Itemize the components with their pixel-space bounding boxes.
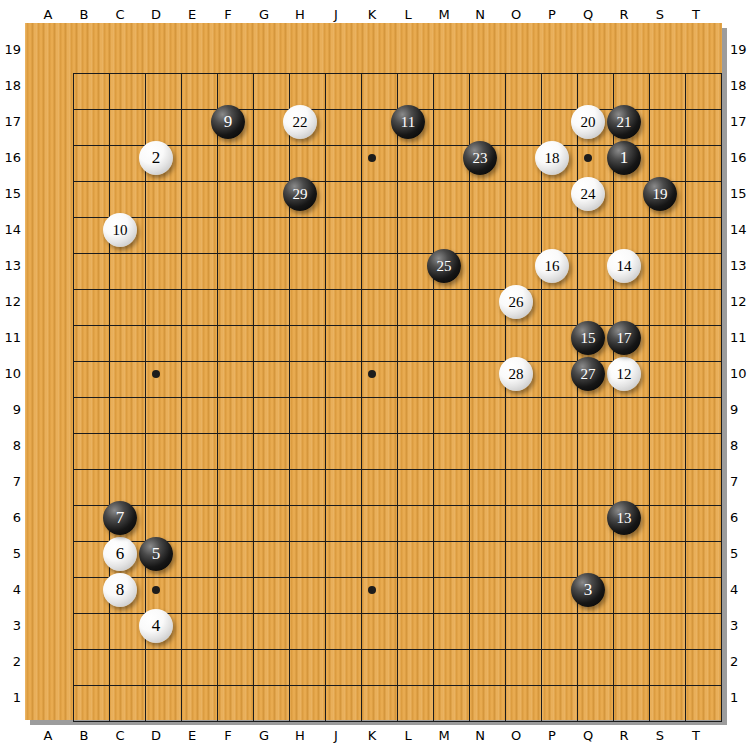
coord-label-right-1: 1 (730, 690, 750, 706)
coord-label-right-7: 7 (730, 474, 750, 490)
coord-label-bottom-a: A (37, 728, 59, 744)
stone-white-10: 10 (103, 213, 137, 247)
move-number: 9 (224, 112, 233, 132)
coord-label-top-q: Q (577, 7, 599, 23)
coord-label-left-5: 5 (0, 546, 21, 562)
coord-label-right-5: 5 (730, 546, 750, 562)
coord-label-top-r: R (613, 7, 635, 23)
star-point-d10 (152, 370, 160, 378)
move-number: 5 (152, 544, 161, 564)
coord-label-top-p: P (541, 7, 563, 23)
stone-white-20: 20 (571, 105, 605, 139)
coord-label-right-12: 12 (730, 294, 750, 310)
stone-black-17: 17 (607, 321, 641, 355)
star-point-k4 (368, 586, 376, 594)
move-number: 20 (581, 114, 596, 131)
move-number: 28 (509, 366, 524, 383)
coord-label-top-t: T (685, 7, 707, 23)
coord-label-bottom-b: B (73, 728, 95, 744)
coord-label-bottom-g: G (253, 728, 275, 744)
coord-label-right-8: 8 (730, 438, 750, 454)
coord-label-right-10: 10 (730, 366, 750, 382)
coord-label-top-m: M (433, 7, 455, 23)
coord-label-top-e: E (181, 7, 203, 23)
coord-label-bottom-t: T (685, 728, 707, 744)
coord-label-left-13: 13 (0, 258, 21, 274)
move-number: 19 (653, 186, 668, 203)
stone-white-26: 26 (499, 285, 533, 319)
coord-label-bottom-k: K (361, 728, 383, 744)
go-diagram-page: AABBCCDDEEFFGGHHJJKKLLMMNNOOPPQQRRSSTT19… (0, 0, 750, 750)
coord-label-left-1: 1 (0, 690, 21, 706)
move-number: 26 (509, 294, 524, 311)
coord-label-left-6: 6 (0, 510, 21, 526)
coord-label-right-14: 14 (730, 222, 750, 238)
coord-label-top-l: L (397, 7, 419, 23)
coord-label-left-4: 4 (0, 582, 21, 598)
move-number: 17 (617, 330, 632, 347)
coord-label-top-b: B (73, 7, 95, 23)
coord-label-right-9: 9 (730, 402, 750, 418)
coord-label-top-h: H (289, 7, 311, 23)
stone-white-24: 24 (571, 177, 605, 211)
coord-label-left-7: 7 (0, 474, 21, 490)
coord-label-left-19: 19 (0, 42, 21, 58)
stone-white-4: 4 (139, 609, 173, 643)
coord-label-left-12: 12 (0, 294, 21, 310)
coord-label-left-18: 18 (0, 78, 21, 94)
stone-black-23: 23 (463, 141, 497, 175)
coord-label-top-s: S (649, 7, 671, 23)
star-point-d4 (152, 586, 160, 594)
stone-white-12: 12 (607, 357, 641, 391)
coord-label-bottom-n: N (469, 728, 491, 744)
stone-black-27: 27 (571, 357, 605, 391)
stone-black-29: 29 (283, 177, 317, 211)
stone-black-25: 25 (427, 249, 461, 283)
coord-label-bottom-s: S (649, 728, 671, 744)
star-point-q16 (584, 154, 592, 162)
stone-white-16: 16 (535, 249, 569, 283)
move-number: 10 (113, 222, 128, 239)
coord-label-top-f: F (217, 7, 239, 23)
coord-label-right-3: 3 (730, 618, 750, 634)
move-number: 15 (581, 330, 596, 347)
stone-white-22: 22 (283, 105, 317, 139)
coord-label-left-8: 8 (0, 438, 21, 454)
coord-label-top-n: N (469, 7, 491, 23)
move-number: 8 (116, 580, 125, 600)
move-number: 1 (620, 148, 629, 168)
stone-black-21: 21 (607, 105, 641, 139)
coord-label-bottom-c: C (109, 728, 131, 744)
coord-label-bottom-l: L (397, 728, 419, 744)
coord-label-top-j: J (325, 7, 347, 23)
coord-label-left-9: 9 (0, 402, 21, 418)
move-number: 6 (116, 544, 125, 564)
stone-black-3: 3 (571, 573, 605, 607)
coord-label-right-15: 15 (730, 186, 750, 202)
coord-label-top-o: O (505, 7, 527, 23)
coord-label-right-18: 18 (730, 78, 750, 94)
coord-label-right-6: 6 (730, 510, 750, 526)
move-number: 2 (152, 148, 161, 168)
move-number: 22 (293, 114, 308, 131)
coord-label-bottom-h: H (289, 728, 311, 744)
coord-label-top-d: D (145, 7, 167, 23)
move-number: 11 (401, 114, 415, 131)
coord-label-left-14: 14 (0, 222, 21, 238)
move-number: 29 (293, 186, 308, 203)
coord-label-bottom-e: E (181, 728, 203, 744)
stone-white-8: 8 (103, 573, 137, 607)
coord-label-right-13: 13 (730, 258, 750, 274)
move-number: 25 (437, 258, 452, 275)
move-number: 27 (581, 366, 596, 383)
coord-label-left-10: 10 (0, 366, 21, 382)
move-number: 24 (581, 186, 596, 203)
stone-white-28: 28 (499, 357, 533, 391)
coord-label-right-16: 16 (730, 150, 750, 166)
coord-label-bottom-q: Q (577, 728, 599, 744)
coord-label-right-19: 19 (730, 42, 750, 58)
coord-label-right-2: 2 (730, 654, 750, 670)
move-number: 16 (545, 258, 560, 275)
stone-black-13: 13 (607, 501, 641, 535)
coord-label-bottom-f: F (217, 728, 239, 744)
coord-label-right-11: 11 (730, 330, 750, 346)
coord-label-left-11: 11 (0, 330, 21, 346)
stone-white-14: 14 (607, 249, 641, 283)
move-number: 23 (473, 150, 488, 167)
coord-label-left-15: 15 (0, 186, 21, 202)
coord-label-top-a: A (37, 7, 59, 23)
coord-label-bottom-j: J (325, 728, 347, 744)
coord-label-bottom-m: M (433, 728, 455, 744)
move-number: 3 (584, 580, 593, 600)
move-number: 12 (617, 366, 632, 383)
move-number: 7 (116, 508, 125, 528)
move-number: 14 (617, 258, 632, 275)
stone-black-11: 11 (391, 105, 425, 139)
coord-label-left-17: 17 (0, 114, 21, 130)
stone-black-19: 19 (643, 177, 677, 211)
coord-label-bottom-r: R (613, 728, 635, 744)
stone-black-5: 5 (139, 537, 173, 571)
coord-label-top-k: K (361, 7, 383, 23)
move-number: 4 (152, 616, 161, 636)
stone-black-1: 1 (607, 141, 641, 175)
coord-label-left-3: 3 (0, 618, 21, 634)
move-number: 18 (545, 150, 560, 167)
star-point-k10 (368, 370, 376, 378)
coord-label-left-2: 2 (0, 654, 21, 670)
coord-label-right-4: 4 (730, 582, 750, 598)
stone-black-15: 15 (571, 321, 605, 355)
stone-white-6: 6 (103, 537, 137, 571)
move-number: 13 (617, 510, 632, 527)
coord-label-bottom-o: O (505, 728, 527, 744)
coord-label-top-c: C (109, 7, 131, 23)
stone-black-7: 7 (103, 501, 137, 535)
coord-label-bottom-p: P (541, 728, 563, 744)
stone-white-2: 2 (139, 141, 173, 175)
coord-label-bottom-d: D (145, 728, 167, 744)
coord-label-top-g: G (253, 7, 275, 23)
stone-white-18: 18 (535, 141, 569, 175)
stone-black-9: 9 (211, 105, 245, 139)
move-number: 21 (617, 114, 632, 131)
star-point-k16 (368, 154, 376, 162)
coord-label-right-17: 17 (730, 114, 750, 130)
coord-label-left-16: 16 (0, 150, 21, 166)
